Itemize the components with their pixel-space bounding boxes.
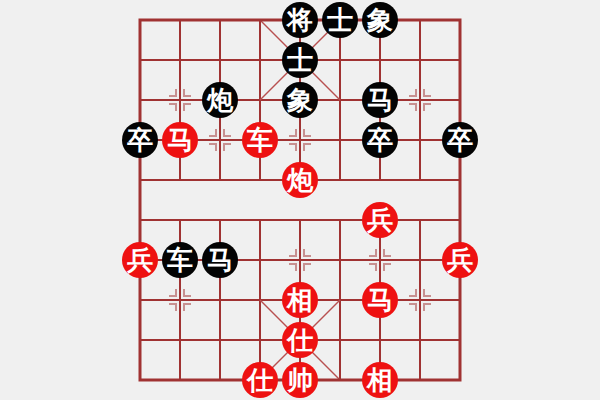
piece-glyph: 炮 [287, 167, 313, 193]
piece-black-士[interactable]: 士 [322, 2, 358, 38]
piece-red-炮[interactable]: 炮 [282, 162, 318, 198]
piece-glyph: 车 [167, 247, 193, 273]
piece-black-马[interactable]: 马 [202, 242, 238, 278]
piece-red-马[interactable]: 马 [162, 122, 198, 158]
piece-black-卒[interactable]: 卒 [362, 122, 398, 158]
piece-glyph: 士 [327, 7, 353, 33]
piece-glyph: 马 [207, 247, 233, 273]
piece-glyph: 卒 [127, 127, 153, 153]
piece-glyph: 士 [287, 47, 313, 73]
piece-black-象[interactable]: 象 [282, 82, 318, 118]
piece-black-车[interactable]: 车 [162, 242, 198, 278]
piece-glyph: 卒 [367, 127, 393, 153]
piece-black-士[interactable]: 士 [282, 42, 318, 78]
piece-glyph: 象 [287, 87, 313, 113]
piece-glyph: 车 [247, 127, 273, 153]
piece-red-兵[interactable]: 兵 [122, 242, 158, 278]
piece-red-相[interactable]: 相 [282, 282, 318, 318]
piece-glyph: 象 [367, 7, 393, 33]
piece-layer: 将士象士炮象马卒马车卒卒炮兵兵车马兵相马仕仕帅相 [120, 0, 480, 400]
piece-red-兵[interactable]: 兵 [362, 202, 398, 238]
piece-red-仕[interactable]: 仕 [282, 322, 318, 358]
piece-red-马[interactable]: 马 [362, 282, 398, 318]
piece-glyph: 马 [167, 127, 193, 153]
piece-red-相[interactable]: 相 [362, 362, 398, 398]
xiangqi-board: 将士象士炮象马卒马车卒卒炮兵兵车马兵相马仕仕帅相 [120, 0, 480, 400]
piece-red-帅[interactable]: 帅 [282, 362, 318, 398]
piece-black-卒[interactable]: 卒 [442, 122, 478, 158]
piece-glyph: 仕 [247, 367, 273, 393]
piece-red-兵[interactable]: 兵 [442, 242, 478, 278]
piece-glyph: 卒 [447, 127, 473, 153]
piece-black-卒[interactable]: 卒 [122, 122, 158, 158]
piece-red-仕[interactable]: 仕 [242, 362, 278, 398]
xiangqi-app: 将士象士炮象马卒马车卒卒炮兵兵车马兵相马仕仕帅相 [0, 0, 600, 400]
piece-glyph: 兵 [447, 247, 473, 273]
piece-glyph: 相 [367, 367, 393, 393]
piece-glyph: 兵 [367, 207, 393, 233]
piece-black-炮[interactable]: 炮 [202, 82, 238, 118]
piece-glyph: 马 [367, 287, 393, 313]
piece-black-马[interactable]: 马 [362, 82, 398, 118]
piece-glyph: 兵 [127, 247, 153, 273]
piece-glyph: 帅 [287, 367, 313, 393]
piece-black-将[interactable]: 将 [282, 2, 318, 38]
piece-glyph: 相 [287, 287, 313, 313]
piece-glyph: 仕 [287, 327, 313, 353]
piece-glyph: 马 [367, 87, 393, 113]
piece-glyph: 将 [287, 7, 313, 33]
piece-black-象[interactable]: 象 [362, 2, 398, 38]
piece-glyph: 炮 [207, 87, 233, 113]
piece-red-车[interactable]: 车 [242, 122, 278, 158]
